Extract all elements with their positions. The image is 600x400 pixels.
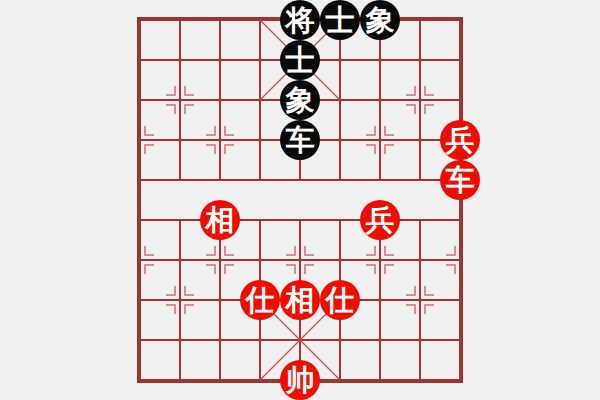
red-soldier-piece[interactable]: 兵 [440, 120, 480, 160]
red-elephant-piece[interactable]: 相 [280, 280, 320, 320]
red-chariot-piece[interactable]: 车 [440, 160, 480, 200]
black-advisor-piece[interactable]: 士 [320, 0, 360, 40]
xiangqi-board: 将士象士象车兵车相兵仕相仕帅 [120, 0, 480, 400]
xiangqi-app: 将士象士象车兵车相兵仕相仕帅 [0, 0, 600, 400]
red-elephant-piece[interactable]: 相 [200, 200, 240, 240]
red-advisor-piece[interactable]: 仕 [240, 280, 280, 320]
red-general-piece[interactable]: 帅 [280, 360, 320, 400]
black-advisor-piece[interactable]: 士 [280, 40, 320, 80]
red-soldier-piece[interactable]: 兵 [360, 200, 400, 240]
black-elephant-piece[interactable]: 象 [360, 0, 400, 40]
red-advisor-piece[interactable]: 仕 [320, 280, 360, 320]
black-chariot-piece[interactable]: 车 [280, 120, 320, 160]
black-general-piece[interactable]: 将 [280, 0, 320, 40]
black-elephant-piece[interactable]: 象 [280, 80, 320, 120]
